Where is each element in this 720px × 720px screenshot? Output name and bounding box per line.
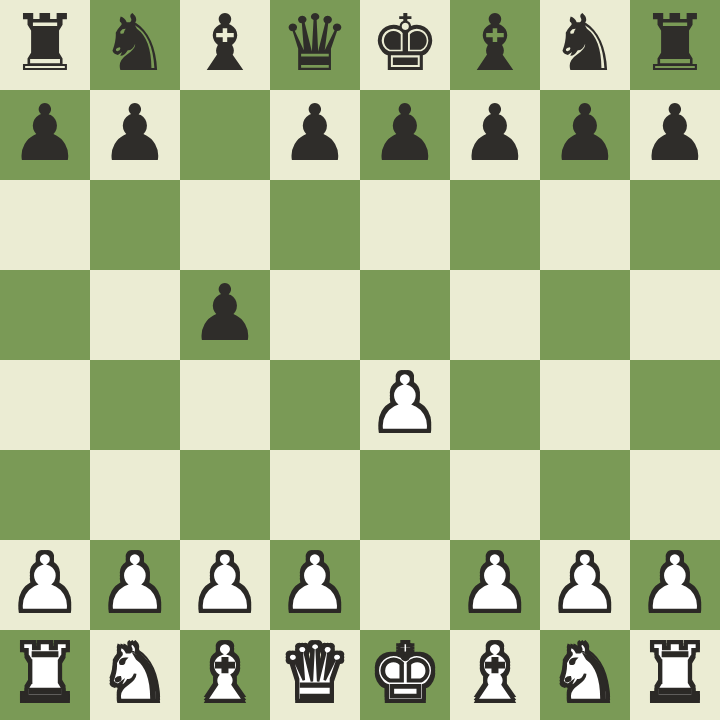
square-b8[interactable]: ♞ xyxy=(90,0,180,90)
square-b5[interactable] xyxy=(90,270,180,360)
square-a2[interactable]: ♟ xyxy=(0,540,90,630)
piece-white-pawn[interactable]: ♟ xyxy=(370,358,440,448)
piece-black-queen[interactable]: ♛ xyxy=(280,0,350,88)
square-d3[interactable] xyxy=(270,450,360,540)
piece-white-pawn[interactable]: ♟ xyxy=(640,538,710,628)
piece-black-pawn[interactable]: ♟ xyxy=(370,88,440,178)
piece-black-bishop[interactable]: ♝ xyxy=(460,0,530,88)
square-g5[interactable] xyxy=(540,270,630,360)
square-d2[interactable]: ♟ xyxy=(270,540,360,630)
square-h7[interactable]: ♟ xyxy=(630,90,720,180)
square-a5[interactable] xyxy=(0,270,90,360)
square-h4[interactable] xyxy=(630,360,720,450)
square-d5[interactable] xyxy=(270,270,360,360)
square-g1[interactable]: ♞ xyxy=(540,630,630,720)
piece-white-rook[interactable]: ♜ xyxy=(640,628,710,718)
square-c2[interactable]: ♟ xyxy=(180,540,270,630)
square-c6[interactable] xyxy=(180,180,270,270)
square-g6[interactable] xyxy=(540,180,630,270)
square-e5[interactable] xyxy=(360,270,450,360)
square-b1[interactable]: ♞ xyxy=(90,630,180,720)
square-c8[interactable]: ♝ xyxy=(180,0,270,90)
square-e4[interactable]: ♟ xyxy=(360,360,450,450)
square-a6[interactable] xyxy=(0,180,90,270)
piece-white-pawn[interactable]: ♟ xyxy=(100,538,170,628)
square-f6[interactable] xyxy=(450,180,540,270)
square-c7[interactable] xyxy=(180,90,270,180)
square-d1[interactable]: ♛ xyxy=(270,630,360,720)
square-g3[interactable] xyxy=(540,450,630,540)
square-b2[interactable]: ♟ xyxy=(90,540,180,630)
square-c5[interactable]: ♟ xyxy=(180,270,270,360)
piece-black-pawn[interactable]: ♟ xyxy=(550,88,620,178)
square-f4[interactable] xyxy=(450,360,540,450)
square-g8[interactable]: ♞ xyxy=(540,0,630,90)
square-d7[interactable]: ♟ xyxy=(270,90,360,180)
square-h3[interactable] xyxy=(630,450,720,540)
square-g2[interactable]: ♟ xyxy=(540,540,630,630)
piece-black-king[interactable]: ♚ xyxy=(370,0,440,88)
piece-white-queen[interactable]: ♛ xyxy=(280,628,350,718)
square-e3[interactable] xyxy=(360,450,450,540)
square-b3[interactable] xyxy=(90,450,180,540)
piece-black-pawn[interactable]: ♟ xyxy=(10,88,80,178)
piece-white-bishop[interactable]: ♝ xyxy=(460,628,530,718)
square-d4[interactable] xyxy=(270,360,360,450)
square-e8[interactable]: ♚ xyxy=(360,0,450,90)
piece-black-rook[interactable]: ♜ xyxy=(640,0,710,88)
square-f8[interactable]: ♝ xyxy=(450,0,540,90)
square-a1[interactable]: ♜ xyxy=(0,630,90,720)
piece-white-pawn[interactable]: ♟ xyxy=(280,538,350,628)
piece-white-knight[interactable]: ♞ xyxy=(100,628,170,718)
square-f3[interactable] xyxy=(450,450,540,540)
square-a7[interactable]: ♟ xyxy=(0,90,90,180)
square-g4[interactable] xyxy=(540,360,630,450)
piece-white-knight[interactable]: ♞ xyxy=(550,628,620,718)
piece-black-knight[interactable]: ♞ xyxy=(100,0,170,88)
piece-white-pawn[interactable]: ♟ xyxy=(550,538,620,628)
chess-board: ♜♞♝♛♚♝♞♜♟♟♟♟♟♟♟♟♟♟♟♟♟♟♟♟♜♞♝♛♚♝♞♜ xyxy=(0,0,720,720)
square-d6[interactable] xyxy=(270,180,360,270)
piece-black-pawn[interactable]: ♟ xyxy=(280,88,350,178)
piece-black-rook[interactable]: ♜ xyxy=(10,0,80,88)
piece-black-pawn[interactable]: ♟ xyxy=(190,268,260,358)
square-d8[interactable]: ♛ xyxy=(270,0,360,90)
piece-black-pawn[interactable]: ♟ xyxy=(460,88,530,178)
square-f7[interactable]: ♟ xyxy=(450,90,540,180)
square-g7[interactable]: ♟ xyxy=(540,90,630,180)
piece-black-knight[interactable]: ♞ xyxy=(550,0,620,88)
square-e1[interactable]: ♚ xyxy=(360,630,450,720)
square-f2[interactable]: ♟ xyxy=(450,540,540,630)
piece-white-pawn[interactable]: ♟ xyxy=(190,538,260,628)
square-h2[interactable]: ♟ xyxy=(630,540,720,630)
piece-white-pawn[interactable]: ♟ xyxy=(460,538,530,628)
piece-white-pawn[interactable]: ♟ xyxy=(10,538,80,628)
square-f5[interactable] xyxy=(450,270,540,360)
square-e6[interactable] xyxy=(360,180,450,270)
piece-white-king[interactable]: ♚ xyxy=(370,628,440,718)
square-h1[interactable]: ♜ xyxy=(630,630,720,720)
square-b6[interactable] xyxy=(90,180,180,270)
square-a8[interactable]: ♜ xyxy=(0,0,90,90)
piece-black-pawn[interactable]: ♟ xyxy=(100,88,170,178)
square-c1[interactable]: ♝ xyxy=(180,630,270,720)
square-b4[interactable] xyxy=(90,360,180,450)
square-e2[interactable] xyxy=(360,540,450,630)
square-f1[interactable]: ♝ xyxy=(450,630,540,720)
square-b7[interactable]: ♟ xyxy=(90,90,180,180)
piece-white-bishop[interactable]: ♝ xyxy=(190,628,260,718)
square-h5[interactable] xyxy=(630,270,720,360)
piece-black-bishop[interactable]: ♝ xyxy=(190,0,260,88)
square-c3[interactable] xyxy=(180,450,270,540)
square-a3[interactable] xyxy=(0,450,90,540)
square-e7[interactable]: ♟ xyxy=(360,90,450,180)
piece-white-rook[interactable]: ♜ xyxy=(10,628,80,718)
square-c4[interactable] xyxy=(180,360,270,450)
square-h6[interactable] xyxy=(630,180,720,270)
piece-black-pawn[interactable]: ♟ xyxy=(640,88,710,178)
square-h8[interactable]: ♜ xyxy=(630,0,720,90)
square-a4[interactable] xyxy=(0,360,90,450)
